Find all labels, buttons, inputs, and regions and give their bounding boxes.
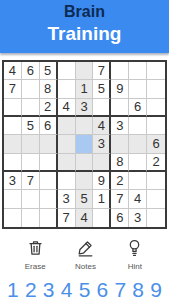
cell-r2-c7[interactable]: 9	[111, 80, 129, 98]
cell-r7-c4[interactable]	[58, 172, 76, 190]
cell-r1-c2[interactable]: 6	[22, 62, 40, 80]
cell-r4-c3[interactable]: 6	[40, 117, 58, 135]
cell-r6-c9[interactable]: 2	[147, 154, 165, 172]
cell-r2-c6[interactable]: 5	[93, 80, 111, 98]
numpad: 123456789	[0, 278, 169, 300]
notes-label: Notes	[75, 262, 96, 271]
notes-button[interactable]: Notes	[75, 238, 96, 271]
cell-r9-c4[interactable]: 7	[58, 209, 76, 227]
app-title-line2: Training	[0, 22, 169, 46]
cell-r5-c5[interactable]	[76, 135, 94, 153]
cell-r2-c8[interactable]	[129, 80, 147, 98]
cell-r2-c5[interactable]: 1	[76, 80, 94, 98]
erase-label: Erase	[25, 262, 46, 271]
cell-r3-c7[interactable]	[111, 99, 129, 117]
cell-r5-c8[interactable]	[129, 135, 147, 153]
numpad-6[interactable]: 6	[97, 278, 109, 300]
cell-r3-c8[interactable]: 6	[129, 99, 147, 117]
lightbulb-icon	[125, 238, 144, 261]
numpad-4[interactable]: 4	[61, 278, 73, 300]
cell-r5-c4[interactable]	[58, 135, 76, 153]
cell-r4-c9[interactable]	[147, 117, 165, 135]
cell-r6-c2[interactable]	[22, 154, 40, 172]
cell-r2-c2[interactable]	[22, 80, 40, 98]
hint-button[interactable]: Hint	[125, 238, 144, 271]
cell-r6-c4[interactable]	[58, 154, 76, 172]
cell-r7-c3[interactable]	[40, 172, 58, 190]
cell-r2-c1[interactable]: 7	[4, 80, 22, 98]
cell-r8-c9[interactable]	[147, 190, 165, 208]
cell-r8-c6[interactable]: 1	[93, 190, 111, 208]
cell-r4-c4[interactable]	[58, 117, 76, 135]
cell-r7-c9[interactable]	[147, 172, 165, 190]
numpad-7[interactable]: 7	[114, 278, 126, 300]
cell-r5-c7[interactable]	[111, 135, 129, 153]
app-title-line1: Brain	[0, 2, 169, 22]
cell-r1-c6[interactable]: 7	[93, 62, 111, 80]
cell-r3-c3[interactable]: 2	[40, 99, 58, 117]
cell-r6-c5[interactable]	[76, 154, 94, 172]
cell-r1-c7[interactable]	[111, 62, 129, 80]
cell-r2-c3[interactable]: 8	[40, 80, 58, 98]
cell-r5-c9[interactable]: 6	[147, 135, 165, 153]
cell-r4-c5[interactable]	[76, 117, 94, 135]
cell-r6-c8[interactable]	[129, 154, 147, 172]
numpad-8[interactable]: 8	[132, 278, 144, 300]
cell-r7-c6[interactable]: 9	[93, 172, 111, 190]
cell-r4-c6[interactable]: 4	[93, 117, 111, 135]
cell-r4-c1[interactable]	[4, 117, 22, 135]
cell-r3-c2[interactable]	[22, 99, 40, 117]
cell-r9-c5[interactable]: 4	[76, 209, 94, 227]
cell-r6-c6[interactable]	[93, 154, 111, 172]
cell-r6-c3[interactable]	[40, 154, 58, 172]
hint-label: Hint	[128, 262, 142, 271]
cell-r6-c7[interactable]: 8	[111, 154, 129, 172]
erase-button[interactable]: Erase	[25, 238, 46, 271]
cell-r7-c7[interactable]: 2	[111, 172, 129, 190]
numpad-2[interactable]: 2	[25, 278, 37, 300]
numpad-1[interactable]: 1	[7, 278, 19, 300]
cell-r4-c7[interactable]: 3	[111, 117, 129, 135]
cell-r7-c8[interactable]	[129, 172, 147, 190]
numpad-3[interactable]: 3	[43, 278, 55, 300]
cell-r9-c2[interactable]	[22, 209, 40, 227]
cell-r8-c1[interactable]	[4, 190, 22, 208]
cell-r8-c7[interactable]: 7	[111, 190, 129, 208]
cell-r1-c3[interactable]: 5	[40, 62, 58, 80]
cell-r5-c1[interactable]	[4, 135, 22, 153]
cell-r8-c4[interactable]: 3	[58, 190, 76, 208]
cell-r2-c9[interactable]	[147, 80, 165, 98]
cell-r9-c3[interactable]	[40, 209, 58, 227]
cell-r9-c1[interactable]	[4, 209, 22, 227]
cell-r1-c8[interactable]	[129, 62, 147, 80]
cell-r8-c3[interactable]	[40, 190, 58, 208]
cell-r7-c5[interactable]	[76, 172, 94, 190]
cell-r1-c5[interactable]	[76, 62, 94, 80]
cell-r8-c8[interactable]: 4	[129, 190, 147, 208]
cell-r5-c6[interactable]: 3	[93, 135, 111, 153]
cell-r8-c5[interactable]: 5	[76, 190, 94, 208]
pencil-icon	[76, 238, 95, 261]
cell-r3-c9[interactable]	[147, 99, 165, 117]
cell-r3-c4[interactable]: 4	[58, 99, 76, 117]
cell-r3-c6[interactable]	[93, 99, 111, 117]
cell-r3-c5[interactable]: 3	[76, 99, 94, 117]
cell-r5-c2[interactable]	[22, 135, 40, 153]
toolbar: Erase Notes Hint	[0, 238, 169, 271]
cell-r6-c1[interactable]	[4, 154, 22, 172]
cell-r4-c2[interactable]: 5	[22, 117, 40, 135]
cell-r1-c9[interactable]	[147, 62, 165, 80]
cell-r2-c4[interactable]	[58, 80, 76, 98]
trash-icon	[26, 238, 45, 261]
cell-r9-c8[interactable]: 3	[129, 209, 147, 227]
cell-r9-c9[interactable]	[147, 209, 165, 227]
cell-r9-c7[interactable]: 6	[111, 209, 129, 227]
sudoku-board: 4657781592436564336823792351747463	[2, 60, 167, 229]
numpad-9[interactable]: 9	[150, 278, 162, 300]
cell-r1-c4[interactable]	[58, 62, 76, 80]
cell-r3-c1[interactable]	[4, 99, 22, 117]
cell-r8-c2[interactable]	[22, 190, 40, 208]
cell-r4-c8[interactable]	[129, 117, 147, 135]
cell-r5-c3[interactable]	[40, 135, 58, 153]
cell-r1-c1[interactable]: 4	[4, 62, 22, 80]
cell-r7-c2[interactable]: 7	[22, 172, 40, 190]
app-header: Brain Training	[0, 0, 169, 53]
numpad-5[interactable]: 5	[79, 278, 91, 300]
cell-r7-c1[interactable]: 3	[4, 172, 22, 190]
cell-r9-c6[interactable]	[93, 209, 111, 227]
